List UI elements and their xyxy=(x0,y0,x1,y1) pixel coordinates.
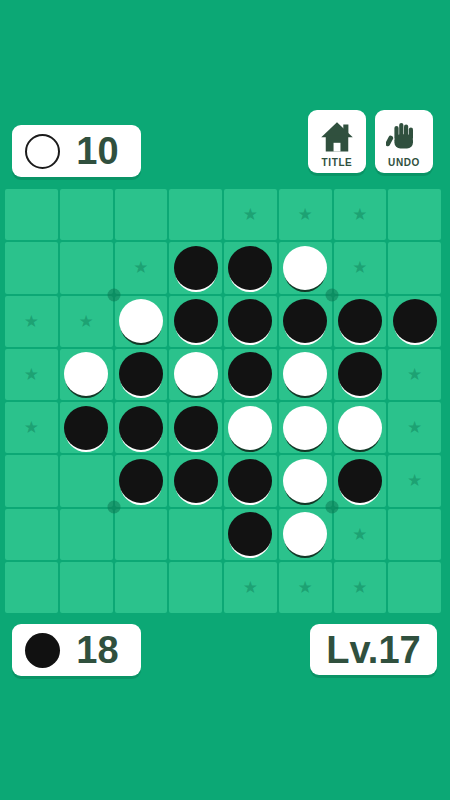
black-disc-icon xyxy=(25,633,60,668)
board-cell[interactable] xyxy=(60,189,113,240)
white-score-card: 10 xyxy=(12,125,141,177)
white-disc xyxy=(283,246,327,290)
white-disc xyxy=(174,352,218,396)
board-cell[interactable] xyxy=(279,242,332,293)
board-cell[interactable] xyxy=(60,509,113,560)
board-cell[interactable] xyxy=(334,349,387,400)
home-icon xyxy=(319,120,355,156)
black-disc xyxy=(393,299,437,343)
board-cell[interactable]: ★ xyxy=(5,296,58,347)
white-disc-icon xyxy=(25,134,60,169)
game-screen: 10 TITLE xyxy=(0,0,450,800)
star-icon: ★ xyxy=(79,313,94,330)
board-cell[interactable] xyxy=(169,455,222,506)
board-cell[interactable]: ★ xyxy=(334,562,387,613)
board-cell[interactable] xyxy=(60,562,113,613)
board-cell[interactable] xyxy=(115,509,168,560)
black-disc xyxy=(338,299,382,343)
black-disc xyxy=(228,299,272,343)
board-cell[interactable]: ★ xyxy=(5,402,58,453)
board-dot xyxy=(326,501,339,514)
board-cell[interactable] xyxy=(60,455,113,506)
black-disc xyxy=(228,246,272,290)
board-cell[interactable] xyxy=(279,455,332,506)
black-disc xyxy=(338,352,382,396)
board-cell[interactable] xyxy=(5,242,58,293)
black-disc xyxy=(174,406,218,450)
white-disc xyxy=(64,352,108,396)
board-cell[interactable] xyxy=(169,562,222,613)
board-cell[interactable] xyxy=(115,349,168,400)
board-cell[interactable]: ★ xyxy=(334,189,387,240)
white-score-value: 10 xyxy=(60,132,141,170)
board-cell[interactable] xyxy=(388,242,441,293)
star-icon: ★ xyxy=(24,313,39,330)
board-cell[interactable] xyxy=(224,509,277,560)
board-cell[interactable] xyxy=(388,562,441,613)
board-cell[interactable] xyxy=(60,242,113,293)
board-cell[interactable] xyxy=(115,562,168,613)
star-icon: ★ xyxy=(298,206,313,223)
othello-board: ★★★★★★★★★★★★★★★★ xyxy=(5,189,441,613)
star-icon: ★ xyxy=(352,259,367,276)
board-cell[interactable] xyxy=(388,509,441,560)
white-disc xyxy=(283,459,327,503)
board-cell[interactable] xyxy=(279,296,332,347)
board-cell[interactable] xyxy=(224,455,277,506)
board-cell[interactable]: ★ xyxy=(279,189,332,240)
board-cell[interactable] xyxy=(334,455,387,506)
board-cell[interactable] xyxy=(388,189,441,240)
board-cell[interactable]: ★ xyxy=(388,455,441,506)
white-disc xyxy=(283,352,327,396)
board-cell[interactable] xyxy=(5,455,58,506)
black-disc xyxy=(174,459,218,503)
star-icon: ★ xyxy=(24,366,39,383)
star-icon: ★ xyxy=(243,206,258,223)
board-dot xyxy=(326,289,339,302)
black-disc xyxy=(283,299,327,343)
board-cell[interactable]: ★ xyxy=(279,562,332,613)
board-cell[interactable] xyxy=(60,349,113,400)
black-score-value: 18 xyxy=(60,631,141,669)
title-button[interactable]: TITLE xyxy=(308,110,366,173)
board-cell[interactable] xyxy=(60,402,113,453)
board-cell[interactable] xyxy=(169,402,222,453)
star-icon: ★ xyxy=(24,419,39,436)
level-badge: Lv.17 xyxy=(310,624,437,675)
star-icon: ★ xyxy=(352,526,367,543)
black-disc xyxy=(174,246,218,290)
board-cell[interactable] xyxy=(169,509,222,560)
star-icon: ★ xyxy=(407,419,422,436)
white-disc xyxy=(283,406,327,450)
board-cell[interactable] xyxy=(279,509,332,560)
board-cell[interactable] xyxy=(224,402,277,453)
black-disc xyxy=(64,406,108,450)
undo-button[interactable]: UNDO xyxy=(375,110,433,173)
board-dot xyxy=(108,289,121,302)
board-cell[interactable]: ★ xyxy=(115,242,168,293)
board-cell[interactable]: ★ xyxy=(388,349,441,400)
black-disc xyxy=(228,512,272,556)
white-disc xyxy=(283,512,327,556)
star-icon: ★ xyxy=(298,579,313,596)
board-cell[interactable]: ★ xyxy=(5,349,58,400)
board-cell[interactable] xyxy=(115,455,168,506)
board-cell[interactable] xyxy=(224,242,277,293)
board-cell[interactable] xyxy=(169,349,222,400)
board-cell[interactable] xyxy=(115,296,168,347)
board-dot xyxy=(108,501,121,514)
board-cell[interactable] xyxy=(388,296,441,347)
board-cell[interactable]: ★ xyxy=(60,296,113,347)
board-cell[interactable] xyxy=(279,402,332,453)
undo-button-label: UNDO xyxy=(388,157,420,169)
star-icon: ★ xyxy=(407,472,422,489)
level-label: Lv.17 xyxy=(310,631,437,669)
board-cell[interactable] xyxy=(5,562,58,613)
star-icon: ★ xyxy=(407,366,422,383)
star-icon: ★ xyxy=(352,579,367,596)
black-disc xyxy=(338,459,382,503)
board-cell[interactable] xyxy=(334,402,387,453)
star-icon: ★ xyxy=(133,259,148,276)
board-cell[interactable] xyxy=(169,296,222,347)
black-score-card: 18 xyxy=(12,624,141,676)
board-cell[interactable] xyxy=(334,296,387,347)
hand-icon xyxy=(386,120,422,156)
board-cell[interactable] xyxy=(115,402,168,453)
black-disc xyxy=(119,459,163,503)
board-cell[interactable] xyxy=(115,189,168,240)
title-button-label: TITLE xyxy=(322,157,353,169)
board-cell[interactable]: ★ xyxy=(334,242,387,293)
black-disc xyxy=(119,406,163,450)
black-disc xyxy=(119,352,163,396)
white-disc xyxy=(119,299,163,343)
board-cell[interactable] xyxy=(169,242,222,293)
black-disc xyxy=(228,459,272,503)
board-cell[interactable] xyxy=(224,296,277,347)
board-cell[interactable]: ★ xyxy=(224,189,277,240)
board-cell[interactable] xyxy=(5,509,58,560)
black-disc xyxy=(228,352,272,396)
black-disc xyxy=(174,299,218,343)
board-cell[interactable]: ★ xyxy=(224,562,277,613)
board-cell[interactable] xyxy=(224,349,277,400)
white-disc xyxy=(338,406,382,450)
board-cell[interactable]: ★ xyxy=(334,509,387,560)
board-cell[interactable] xyxy=(279,349,332,400)
star-icon: ★ xyxy=(352,206,367,223)
board-cell[interactable]: ★ xyxy=(388,402,441,453)
board-cell[interactable] xyxy=(169,189,222,240)
white-disc xyxy=(228,406,272,450)
star-icon: ★ xyxy=(243,579,258,596)
board-cell[interactable] xyxy=(5,189,58,240)
